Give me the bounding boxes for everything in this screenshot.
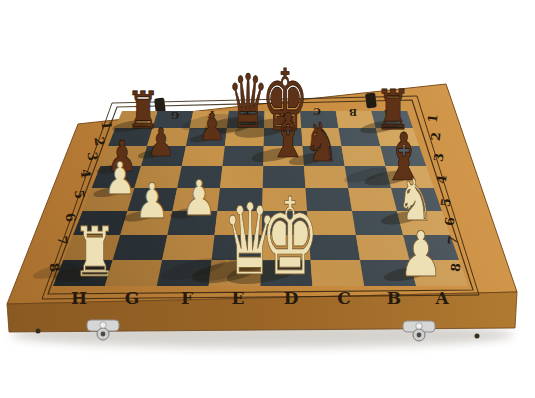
piece-black-knight-c3[interactable]: ♞ [304, 111, 339, 174]
label-rank-left-1: 1 [98, 120, 114, 131]
piece-white-rook-h8[interactable]: ♜ [73, 212, 117, 292]
piece-black-pawn-f2[interactable]: ♟ [199, 105, 226, 149]
corner-bumper [475, 334, 480, 339]
label-file-near-F: F [181, 288, 193, 308]
label-file-near-B: B [387, 288, 401, 308]
label-file-near-A: A [434, 288, 449, 308]
corner-bumper [36, 329, 41, 334]
piece-black-pawn-g3[interactable]: ♟ [147, 120, 175, 165]
label-rank-right-3: 3 [431, 152, 447, 162]
piece-white-pawn-g4[interactable]: ♟ [134, 173, 169, 229]
piece-white-pawn-f4[interactable]: ♟ [181, 170, 216, 226]
label-rank-right-5: 5 [438, 197, 454, 207]
label-file-far-B: B [349, 107, 357, 118]
label-rank-right-2: 2 [428, 131, 444, 141]
label-rank-right-7: 7 [445, 235, 461, 245]
label-rank-left-3: 3 [84, 151, 100, 162]
label-rank-left-7: 7 [54, 235, 70, 246]
chess-set-photo: HGFEDCBAHGFEDCBA1234567812345678♛♜♜♚♟♟♝♞… [0, 0, 535, 398]
label-rank-right-1: 1 [425, 113, 441, 123]
piece-white-king-d8[interactable]: ♚ [260, 175, 319, 299]
chess-board: HGFEDCBAHGFEDCBA1234567812345678♛♜♜♚♟♟♝♞… [0, 0, 535, 398]
piece-black-bishop-d3[interactable]: ♝ [268, 100, 308, 172]
label-rank-left-2: 2 [91, 136, 107, 147]
label-rank-left-4: 4 [77, 168, 93, 179]
piece-white-pawn-a7[interactable]: ♟ [399, 217, 444, 290]
label-file-near-C: C [337, 288, 351, 308]
label-file-near-G: G [125, 288, 140, 308]
piece-white-pawn-h4[interactable]: ♟ [104, 152, 136, 205]
label-rank-left-5: 5 [71, 189, 87, 200]
